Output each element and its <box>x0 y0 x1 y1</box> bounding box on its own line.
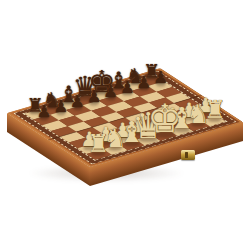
brass-latch-icon <box>181 150 195 160</box>
latch-clasp-detail <box>185 152 188 158</box>
product-photo: ♜♞♝♛♚♝♞♜♟♟♟♟♟♟♟♟♟♟♟♟♟♟♟♟♜♞♝♛♚♝♞♜ <box>0 0 250 250</box>
